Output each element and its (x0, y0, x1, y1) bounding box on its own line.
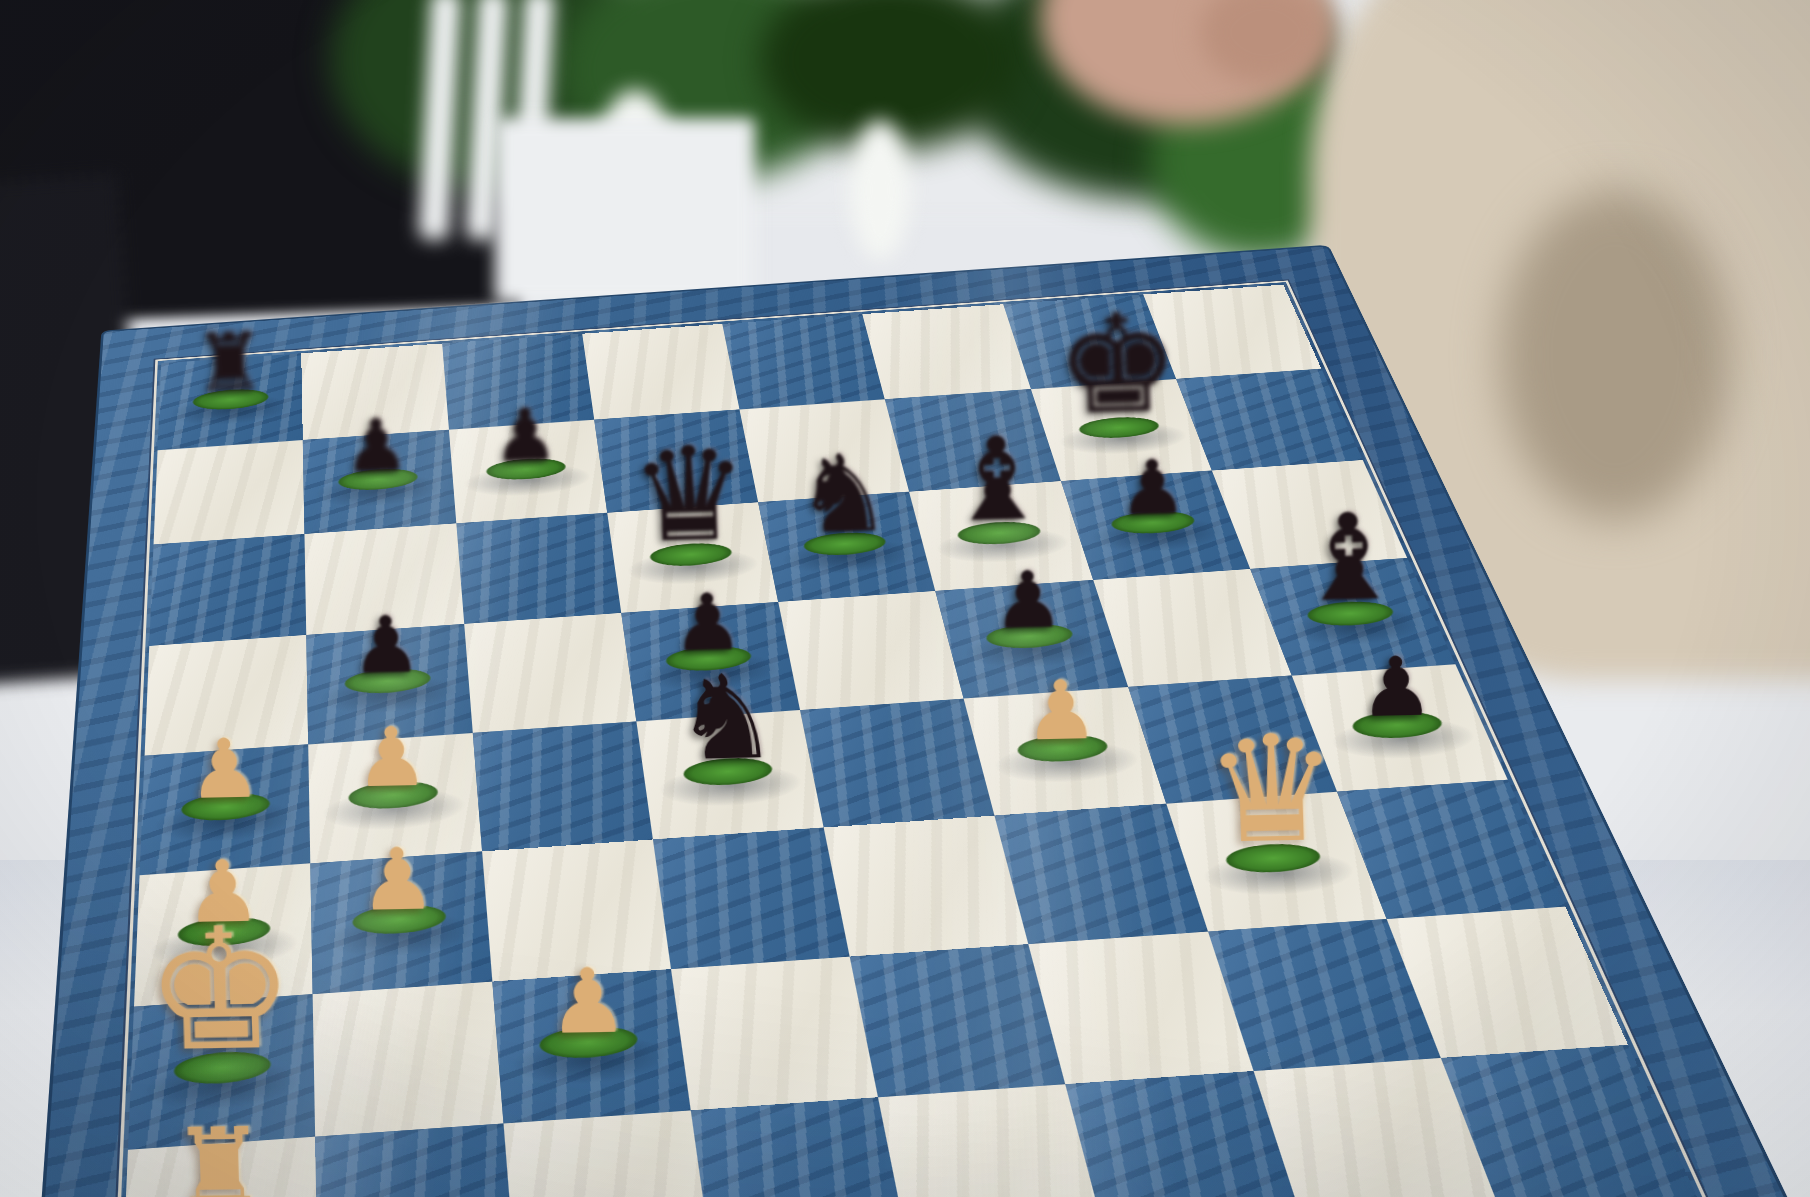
square-e3[interactable] (824, 816, 1029, 956)
square-e1[interactable] (878, 1084, 1106, 1197)
square-c5[interactable] (464, 613, 636, 733)
square-a8[interactable]: ♜ (158, 353, 303, 450)
black-pawn-g6[interactable]: ♟ (1117, 452, 1187, 525)
square-d1[interactable] (690, 1097, 909, 1197)
white-king-a2[interactable]: ♚ (143, 909, 297, 1071)
square-d8[interactable] (582, 324, 740, 420)
square-c2[interactable]: ♟ (492, 969, 691, 1124)
square-b1[interactable] (315, 1123, 515, 1197)
white-rook-a1[interactable]: ♜ (170, 1117, 269, 1197)
black-pawn-b7[interactable]: ♟ (344, 411, 411, 481)
white-pawn-a4[interactable]: ♟ (187, 730, 262, 809)
black-pawn-b5[interactable]: ♟ (350, 608, 422, 684)
black-pawn-f5[interactable]: ♟ (992, 563, 1065, 639)
white-pawn-b3[interactable]: ♟ (359, 839, 438, 921)
square-b7[interactable]: ♟ (303, 430, 456, 534)
black-knight-d4[interactable]: ♞ (672, 662, 780, 775)
square-d4[interactable]: ♞ (636, 710, 824, 840)
black-pawn-h4[interactable]: ♟ (1358, 648, 1435, 727)
board-grid: ♜♟♟♚♛♞♝♟♟♟♟♝♟♟♞♟♟♟♟♛♚♟♜ (121, 285, 1697, 1197)
square-c1[interactable] (503, 1110, 712, 1197)
white-pawn-b4[interactable]: ♟ (354, 718, 429, 797)
square-c7[interactable]: ♟ (449, 420, 607, 523)
chess-board: ♜♟♟♚♛♞♝♟♟♟♟♝♟♟♞♟♟♟♟♛♚♟♜ (29, 245, 1810, 1197)
white-pawn-f4[interactable]: ♟ (1023, 672, 1099, 751)
white-pawn-c2[interactable]: ♟ (546, 959, 629, 1045)
square-c6[interactable] (456, 513, 621, 624)
black-knight-e6[interactable]: ♞ (794, 442, 894, 546)
black-rook-a8[interactable]: ♜ (193, 324, 267, 402)
square-c4[interactable] (472, 721, 652, 851)
white-queen-g3[interactable]: ♛ (1203, 719, 1341, 862)
square-a7[interactable] (154, 440, 305, 544)
black-bishop-h5[interactable]: ♝ (1293, 501, 1405, 617)
photo-scene: ♜♟♟♚♛♞♝♟♟♟♟♝♟♟♞♟♟♟♟♛♚♟♜ (0, 0, 1810, 1197)
square-e2[interactable] (850, 944, 1066, 1097)
black-pawn-c7[interactable]: ♟ (492, 401, 559, 471)
black-queen-d6[interactable]: ♛ (629, 431, 749, 557)
square-e4[interactable] (800, 699, 995, 828)
square-e8[interactable] (722, 314, 885, 410)
board-perspective-wrap: ♜♟♟♚♛♞♝♟♟♟♟♝♟♟♞♟♟♟♟♛♚♟♜ (0, 0, 1810, 1197)
square-e5[interactable] (778, 591, 964, 710)
square-e6[interactable]: ♞ (758, 491, 935, 601)
square-f4[interactable]: ♟ (964, 687, 1166, 816)
black-bishop-f6[interactable]: ♝ (944, 424, 1051, 536)
black-king-g7[interactable]: ♚ (1054, 298, 1181, 430)
square-a6[interactable] (149, 534, 306, 646)
